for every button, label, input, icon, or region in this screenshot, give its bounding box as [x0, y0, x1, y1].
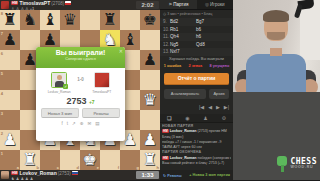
move-number: 12.	[160, 41, 170, 49]
game-review-button[interactable]: Отчёт о партии	[164, 73, 229, 85]
side-panel: ⚑Партия◎Игроки ◷3 мин • рейтинговая • Бл…	[160, 0, 233, 180]
winner-check-icon: ✓	[63, 84, 68, 89]
square-a3[interactable]: 3	[0, 110, 20, 130]
file-label: a	[17, 165, 19, 170]
move-row: 13.Nxf7	[160, 48, 233, 56]
chat-tab-icon[interactable]: ❏	[167, 114, 171, 123]
popup-subtitle: Соперник сдался	[36, 57, 125, 61]
bottom-player-flag-icon	[72, 171, 78, 175]
game-over-popup: Вы выиграли! Соперник сдался ✕ ✓ Lovkov_…	[36, 47, 125, 141]
square-h8[interactable]: ♚	[140, 10, 160, 30]
square-g1[interactable]: g	[120, 150, 140, 170]
archive-button[interactable]: Архив	[209, 89, 229, 99]
square-e1[interactable]: e♚	[80, 150, 100, 170]
white-move[interactable]: Qh4	[170, 33, 196, 41]
square-h2[interactable]: ♟	[140, 130, 160, 150]
black-piece-h8[interactable]: ♚	[140, 10, 160, 30]
square-h4[interactable]: ♛	[140, 90, 160, 110]
top-player-avatar[interactable]	[1, 1, 9, 9]
new-game-link[interactable]: + Новая 3 мин партия	[189, 173, 230, 177]
square-f1[interactable]: f	[100, 150, 120, 170]
rematch-button[interactable]: Реванш	[82, 108, 120, 118]
white-piece-h4[interactable]: ♛	[140, 90, 160, 110]
tree-icon	[276, 156, 288, 172]
chat-log: НОВАЯ ПАРТИЯНМLovkov_Roman (2753) против…	[160, 123, 233, 170]
square-h3[interactable]	[140, 110, 160, 130]
chat-tabs: ❏◉♟⚙	[160, 114, 233, 123]
tab-label: Игроки	[210, 2, 224, 7]
square-a6[interactable]: 6	[0, 50, 20, 70]
chat-text: ТАЙМ-АУТ через 60 сек	[162, 145, 202, 149]
move-row: 9.Bd2Bg7	[160, 18, 233, 26]
rank-label: 6	[1, 51, 3, 56]
tab-icon: ⚑	[168, 2, 172, 7]
streamer-torso	[246, 54, 306, 92]
next-move-button[interactable]: ▶	[216, 104, 220, 110]
board-column: НМ TimoslavaPT (2708) ♗ ♙ ♙ ♙ +1 2:02 8♜…	[0, 0, 160, 180]
white-piece-b1[interactable]: ♜	[20, 150, 40, 170]
square-a4[interactable]: 4	[0, 90, 20, 110]
result-message: Хорошая победа. Вы выиграли	[160, 57, 233, 61]
rank-label: 4	[1, 91, 3, 96]
square-g8[interactable]	[120, 10, 140, 30]
square-c1[interactable]: c	[40, 150, 60, 170]
observers-tab-icon[interactable]: ◉	[185, 114, 189, 123]
copy-icon[interactable]: ▤	[95, 121, 99, 126]
challenge-icon[interactable]: ⊕	[80, 121, 84, 126]
top-player-rating: (2708)	[51, 1, 64, 6]
analyze-button[interactable]: Анализировать	[164, 89, 206, 99]
square-c8[interactable]: ♝	[40, 10, 60, 30]
last-move-button[interactable]: ▶|	[224, 104, 229, 110]
move-number: 10.	[160, 26, 170, 34]
square-h7[interactable]	[140, 30, 160, 50]
file-label: c	[57, 165, 59, 170]
chat-username[interactable]: Lovkov_Roman	[170, 130, 198, 134]
tab-игроки[interactable]: ◎Игроки	[197, 0, 234, 9]
popup-score: 1-0	[77, 77, 84, 82]
settings-tab-icon[interactable]: ⚙	[222, 114, 226, 123]
chat-line: Ваш новый рейтинг в блиц: 2753 (+7)	[162, 161, 231, 166]
twitter-icon[interactable]: t	[67, 121, 68, 126]
square-b8[interactable]: ♞	[20, 10, 40, 30]
square-a1[interactable]: 1a	[0, 150, 20, 170]
square-b1[interactable]: b♜	[20, 150, 40, 170]
brand-domain: WOOD.RU	[290, 166, 317, 170]
black-piece-h6[interactable]: ♟	[140, 50, 160, 70]
new-game-button[interactable]: Новая 3 мин	[41, 108, 79, 118]
tab-label: Партия	[173, 2, 188, 7]
rank-label: 3	[1, 111, 3, 116]
bottom-player-bar: НМ Lovkov_Roman (2753) ♞ ♟ ♟ ♟ ♟ 1:33	[0, 170, 160, 180]
move-number: 13.	[160, 48, 170, 56]
stat-item: 8 упущено	[210, 64, 230, 68]
first-move-button[interactable]: |◀	[199, 104, 204, 110]
title-badge: НМ	[162, 156, 169, 160]
white-move[interactable]: Ng5	[170, 41, 196, 49]
white-move[interactable]: Nxf7	[170, 48, 196, 56]
square-f8[interactable]: ♜	[100, 10, 120, 30]
black-piece-b8[interactable]: ♞	[20, 10, 40, 30]
title-badge: НМ	[162, 129, 169, 133]
black-move[interactable]: Bg7	[196, 18, 222, 26]
chat-text: Ваш новый рейтинг в блиц: 2753 (+7)	[162, 161, 224, 165]
share-icon[interactable]: ↗	[72, 121, 76, 126]
players-tab-icon[interactable]: ♟	[203, 114, 207, 123]
tab-icon: ◎	[205, 2, 209, 7]
black-move[interactable]	[196, 48, 222, 56]
move-number: 11.	[160, 33, 170, 41]
black-piece-a8[interactable]: ♜	[0, 10, 20, 30]
analysis-stats-row: 1 ошибка2 зевка8 упущено	[160, 64, 233, 68]
square-a5[interactable]: 5	[0, 70, 20, 90]
black-move[interactable]: b6	[196, 26, 222, 34]
white-piece-h2[interactable]: ♟	[140, 130, 160, 150]
winner-avatar-figure	[57, 75, 62, 80]
popup-loser-name[interactable]: TimoslavaPT	[92, 90, 111, 94]
chat-username[interactable]: Lovkov_Roman	[170, 156, 198, 160]
popup-winner-name[interactable]: Lovkov_Roman	[48, 90, 71, 94]
chat-text: победил (соперник сдался)	[197, 156, 231, 160]
channel-logo: CHESS WOOD.RU	[276, 156, 317, 172]
message-icon[interactable]: ✉	[88, 121, 92, 126]
square-h6[interactable]: ♟	[140, 50, 160, 70]
move-row: 11.Qh4h6	[160, 33, 233, 41]
top-player-bar: НМ TimoslavaPT (2708) ♗ ♙ ♙ ♙ +1 2:02	[0, 0, 160, 10]
chat-text: (2753) против НМ	[197, 130, 226, 134]
white-piece-e1[interactable]: ♚	[80, 150, 100, 170]
square-h1[interactable]: h♜	[140, 150, 160, 170]
file-label: d	[77, 165, 79, 170]
clock-icon: ◷	[163, 12, 166, 16]
black-move[interactable]: h6	[196, 33, 222, 41]
bottom-player-clock: 1:33	[136, 171, 159, 179]
facebook-icon[interactable]: f	[61, 121, 62, 126]
panel-tabs: ⚑Партия◎Игроки	[160, 0, 233, 10]
close-icon[interactable]: ✕	[119, 48, 123, 54]
rematch-link[interactable]: ↻ Реванш	[163, 173, 182, 178]
square-a8[interactable]: 8♜	[0, 10, 20, 30]
white-piece-a2[interactable]: ♟	[0, 130, 20, 150]
chat-text: Блиц (3 мин)	[162, 135, 183, 139]
stream-frame: НМ TimoslavaPT (2708) ♗ ♙ ♙ ♙ +1 2:02 8♜…	[0, 0, 320, 180]
black-piece-c8[interactable]: ♝	[40, 10, 60, 30]
white-move[interactable]: Bd2	[170, 18, 196, 26]
move-row: 10.Rb1b6	[160, 26, 233, 34]
bottom-player-captured-pieces: ♞ ♟ ♟ ♟ ♟	[11, 176, 33, 181]
top-player-flag-icon	[65, 1, 71, 5]
file-label: f	[118, 165, 119, 170]
popup-rating-delta: +7	[89, 99, 95, 105]
square-a7[interactable]: 7♟	[0, 30, 20, 50]
stat-item: 2 зевка	[189, 64, 202, 68]
chat-text: НОВАЯ ПАРТИЯ	[162, 124, 193, 128]
black-piece-a7[interactable]: ♟	[0, 30, 20, 50]
bottom-player-rating: (2753)	[58, 171, 71, 176]
move-list: 9.Bd2Bg710.Rb1b611.Qh4h612.Ng5Qd813.Nxf7	[160, 18, 233, 56]
stat-item: 1 ошибка	[164, 64, 181, 68]
black-piece-d8[interactable]: ♛	[60, 10, 80, 30]
loser-avatar[interactable]	[94, 72, 110, 88]
white-piece-h1[interactable]: ♜	[140, 150, 160, 170]
move-nav-row: |◀◀▶▶|	[199, 104, 229, 110]
game-info-line: ◷3 мин • рейтинговая • Блиц	[160, 10, 233, 18]
move-row: 12.Ng5Qd8	[160, 41, 233, 49]
square-h5[interactable]	[140, 70, 160, 90]
rank-label: 1	[1, 151, 3, 156]
chat-text: победа +7 / ничья -1 / поражение -9	[162, 140, 221, 144]
file-label: g	[137, 165, 139, 170]
square-d8[interactable]: ♛	[60, 10, 80, 30]
prev-move-button[interactable]: ◀	[208, 104, 212, 110]
popup-social-row: ft↗⊕✉▤	[41, 121, 120, 126]
popup-new-rating: 2753	[66, 96, 86, 106]
stream-background: CHESS WOOD.RU	[233, 92, 320, 180]
popup-body: ✓ Lovkov_Roman 1-0 TimoslavaPT 2753 +7 Н…	[36, 68, 125, 126]
black-move[interactable]: Qd8	[196, 41, 222, 49]
square-a2[interactable]: 2♟	[0, 130, 20, 150]
white-move[interactable]: Rb1	[170, 26, 196, 34]
chat-text: ПАРТИЯ ОКОНЧЕНА	[162, 150, 201, 154]
black-piece-f8[interactable]: ♜	[100, 10, 120, 30]
webcam-video	[233, 0, 320, 92]
bottom-player-avatar[interactable]	[1, 171, 9, 179]
winner-avatar[interactable]: ✓	[51, 72, 67, 88]
top-player-clock: 2:02	[136, 1, 159, 9]
move-number: 9.	[160, 18, 170, 26]
tab-партия[interactable]: ⚑Партия	[160, 0, 197, 9]
popup-header: Вы выиграли! Соперник сдался ✕	[36, 47, 125, 68]
square-e8[interactable]	[80, 10, 100, 30]
rank-label: 5	[1, 71, 3, 76]
square-d1[interactable]: d	[60, 150, 80, 170]
